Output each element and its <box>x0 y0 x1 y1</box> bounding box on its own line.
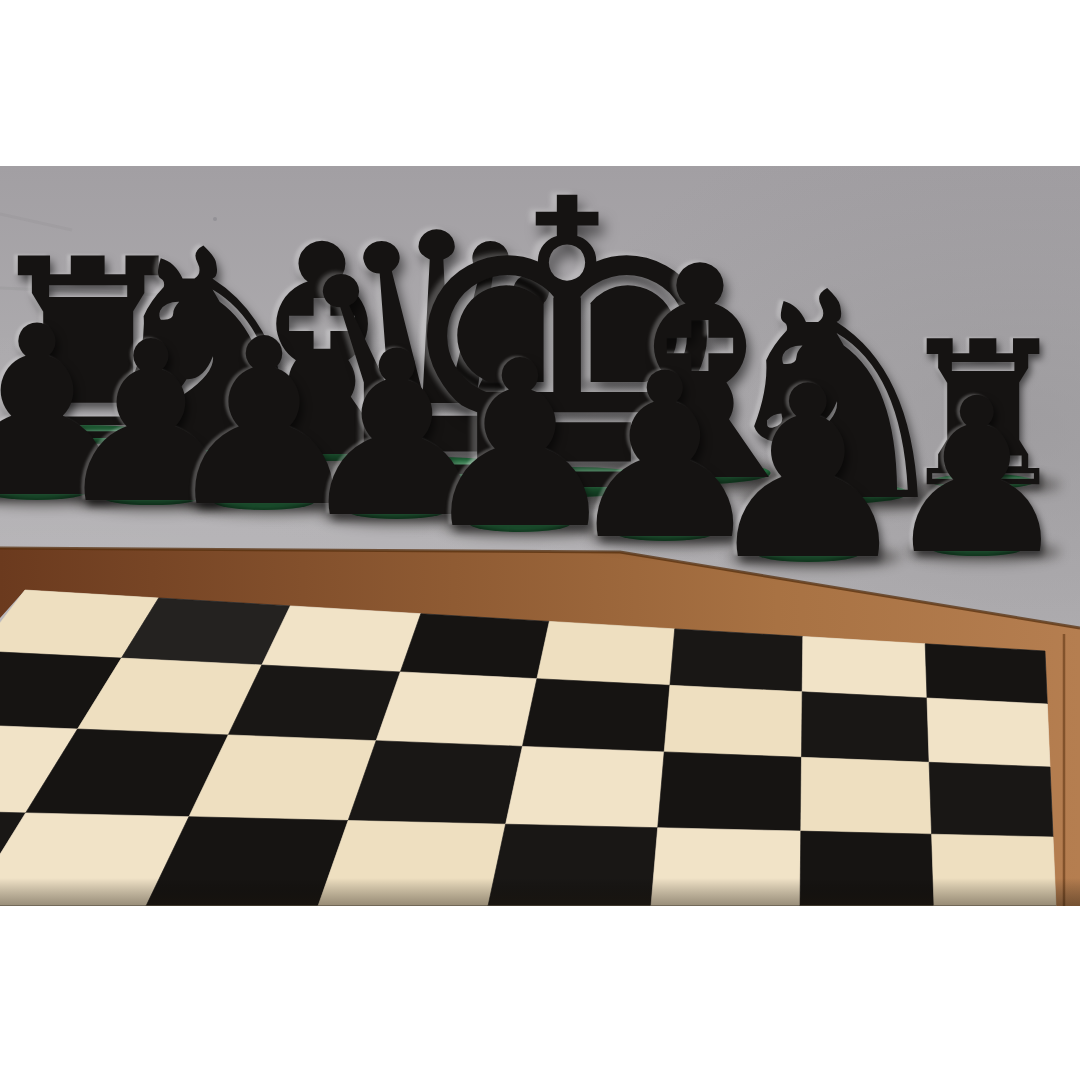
square-e7[interactable] <box>522 679 670 752</box>
square-h6[interactable] <box>929 762 1053 837</box>
square-f6[interactable] <box>658 752 802 831</box>
chess-set-product-photo: ♜♞♝♛♚♝♞♜♟♟♟♟♟♟♟♟ <box>0 0 1080 1080</box>
square-e6[interactable] <box>506 746 665 827</box>
square-g6[interactable] <box>801 757 932 834</box>
chess-board <box>0 166 1080 906</box>
square-d7[interactable] <box>376 672 537 747</box>
letterbox-top <box>0 0 1080 166</box>
square-h8[interactable] <box>925 644 1047 704</box>
square-c8[interactable] <box>262 606 421 672</box>
square-f8[interactable] <box>670 629 803 692</box>
square-d8[interactable] <box>400 614 549 679</box>
square-h7[interactable] <box>927 698 1050 767</box>
letterbox-bottom <box>0 906 1080 1080</box>
square-d6[interactable] <box>348 741 522 825</box>
photo-area <box>0 166 1080 906</box>
square-e8[interactable] <box>537 621 675 685</box>
square-g8[interactable] <box>802 637 927 699</box>
square-g7[interactable] <box>802 692 930 763</box>
square-f7[interactable] <box>664 685 802 757</box>
